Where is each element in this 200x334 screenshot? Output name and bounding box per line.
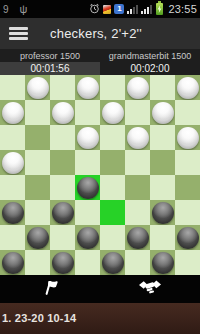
status-left: 9 ψ [3, 3, 27, 15]
black-piece[interactable] [77, 177, 99, 199]
square-5-7[interactable] [175, 200, 200, 225]
black-piece[interactable] [27, 227, 49, 249]
board [0, 75, 200, 275]
square-4-7[interactable] [175, 175, 200, 200]
square-0-3[interactable] [75, 75, 100, 100]
white-piece[interactable] [127, 127, 149, 149]
handshake-icon [139, 280, 161, 299]
signal-bars-icon [127, 4, 138, 14]
square-6-6[interactable] [150, 225, 175, 250]
square-1-2[interactable] [50, 100, 75, 125]
square-3-1[interactable] [25, 150, 50, 175]
white-player-panel: professor 1500 00:01:56 [0, 49, 100, 75]
square-3-3[interactable] [75, 150, 100, 175]
notification-count-icon: 1 [114, 4, 124, 14]
white-piece[interactable] [127, 77, 149, 99]
app-header: checkers, 2'+2'' [0, 18, 200, 49]
square-4-6[interactable] [150, 175, 175, 200]
square-5-1[interactable] [25, 200, 50, 225]
white-piece[interactable] [2, 152, 24, 174]
square-1-4[interactable] [100, 100, 125, 125]
square-6-2[interactable] [50, 225, 75, 250]
square-6-5[interactable] [125, 225, 150, 250]
black-piece[interactable] [52, 202, 74, 224]
white-player-clock: 00:01:56 [0, 62, 100, 75]
colored-notification-icon [103, 5, 111, 14]
black-piece[interactable] [2, 202, 24, 224]
square-3-0[interactable] [0, 150, 25, 175]
square-3-6[interactable] [150, 150, 175, 175]
square-0-4[interactable] [100, 75, 125, 100]
square-0-1[interactable] [25, 75, 50, 100]
signal-bars-icon-2 [141, 4, 152, 14]
draw-handshake-button[interactable] [100, 275, 200, 303]
black-piece[interactable] [52, 252, 74, 274]
status-bar: 9 ψ 1 23:55 [0, 0, 200, 18]
black-piece[interactable] [177, 227, 199, 249]
status-right: 1 23:55 [89, 0, 197, 18]
square-0-7[interactable] [175, 75, 200, 100]
square-7-6[interactable] [150, 250, 175, 275]
square-4-0[interactable] [0, 175, 25, 200]
white-piece[interactable] [27, 77, 49, 99]
square-5-3[interactable] [75, 200, 100, 225]
square-3-7[interactable] [175, 150, 200, 175]
square-2-4[interactable] [100, 125, 125, 150]
square-0-5[interactable] [125, 75, 150, 100]
square-1-6[interactable] [150, 100, 175, 125]
square-2-6[interactable] [150, 125, 175, 150]
white-piece[interactable] [77, 77, 99, 99]
square-4-3[interactable] [75, 175, 100, 200]
square-1-5[interactable] [125, 100, 150, 125]
bottom-toolbar [0, 275, 200, 303]
square-0-0[interactable] [0, 75, 25, 100]
app-window: 9 ψ 1 23:55 [0, 0, 200, 334]
white-piece[interactable] [77, 127, 99, 149]
square-5-5[interactable] [125, 200, 150, 225]
alarm-clock-icon [89, 0, 100, 18]
square-1-0[interactable] [0, 100, 25, 125]
battery-icon [156, 3, 163, 15]
square-1-1[interactable] [25, 100, 50, 125]
move-list-bar: 1. 23-20 10-14 [0, 303, 200, 334]
black-piece[interactable] [2, 252, 24, 274]
square-2-0[interactable] [0, 125, 25, 150]
square-5-6[interactable] [150, 200, 175, 225]
resign-flag-button[interactable] [0, 275, 100, 303]
black-piece[interactable] [127, 227, 149, 249]
notification-nine-icon: 9 [3, 4, 9, 15]
square-4-1[interactable] [25, 175, 50, 200]
white-piece[interactable] [177, 77, 199, 99]
square-0-6[interactable] [150, 75, 175, 100]
black-player-name: grandmasterbit 1500 [100, 49, 200, 62]
square-1-3[interactable] [75, 100, 100, 125]
white-piece[interactable] [52, 102, 74, 124]
page-title: checkers, 2'+2'' [50, 26, 142, 41]
square-2-5[interactable] [125, 125, 150, 150]
square-5-4[interactable] [100, 200, 125, 225]
white-piece[interactable] [102, 102, 124, 124]
square-3-5[interactable] [125, 150, 150, 175]
black-player-clock: 00:02:00 [100, 62, 200, 75]
square-2-3[interactable] [75, 125, 100, 150]
square-7-0[interactable] [0, 250, 25, 275]
square-2-2[interactable] [50, 125, 75, 150]
square-3-2[interactable] [50, 150, 75, 175]
status-clock: 23:55 [168, 3, 197, 15]
square-6-3[interactable] [75, 225, 100, 250]
square-4-4[interactable] [100, 175, 125, 200]
square-6-4[interactable] [100, 225, 125, 250]
menu-icon[interactable] [9, 27, 28, 40]
square-7-7[interactable] [175, 250, 200, 275]
square-7-3[interactable] [75, 250, 100, 275]
white-piece[interactable] [152, 102, 174, 124]
square-7-2[interactable] [50, 250, 75, 275]
square-5-2[interactable] [50, 200, 75, 225]
square-2-1[interactable] [25, 125, 50, 150]
move-list: 1. 23-20 10-14 [2, 312, 76, 324]
square-5-0[interactable] [0, 200, 25, 225]
black-piece[interactable] [102, 252, 124, 274]
square-7-1[interactable] [25, 250, 50, 275]
white-player-name: professor 1500 [0, 49, 100, 62]
white-piece[interactable] [2, 102, 24, 124]
square-2-7[interactable] [175, 125, 200, 150]
flag-icon [41, 279, 59, 300]
black-piece[interactable] [152, 202, 174, 224]
square-7-5[interactable] [125, 250, 150, 275]
square-4-5[interactable] [125, 175, 150, 200]
usb-icon: ψ [20, 3, 28, 15]
black-piece[interactable] [152, 252, 174, 274]
square-6-0[interactable] [0, 225, 25, 250]
square-7-4[interactable] [100, 250, 125, 275]
square-1-7[interactable] [175, 100, 200, 125]
square-6-1[interactable] [25, 225, 50, 250]
square-3-4[interactable] [100, 150, 125, 175]
black-player-panel: grandmasterbit 1500 00:02:00 [100, 49, 200, 75]
square-6-7[interactable] [175, 225, 200, 250]
white-piece[interactable] [177, 127, 199, 149]
square-4-2[interactable] [50, 175, 75, 200]
black-piece[interactable] [77, 227, 99, 249]
square-0-2[interactable] [50, 75, 75, 100]
players-bar: professor 1500 00:01:56 grandmasterbit 1… [0, 49, 200, 75]
